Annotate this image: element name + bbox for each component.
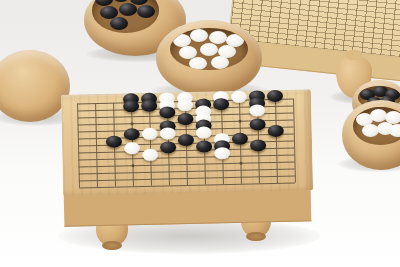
bowl-stone-white	[389, 124, 400, 137]
bowl-stone-black	[95, 0, 113, 6]
bowl-stone-black	[137, 5, 155, 18]
white-bowl-right-opening	[353, 107, 400, 145]
bowl-stone-white	[200, 43, 218, 56]
bowl-stone-black	[119, 3, 137, 16]
star-point	[239, 161, 242, 164]
stone-white	[177, 99, 193, 111]
stone-black	[213, 98, 229, 110]
bowl-stone-black	[110, 17, 128, 30]
stone-white	[196, 126, 212, 138]
white-stone-bowl-top-center	[156, 20, 262, 96]
stone-black	[124, 128, 140, 140]
bowl-stone-white	[189, 57, 207, 70]
star-point	[130, 122, 133, 125]
stone-black	[160, 141, 176, 153]
stone-black	[249, 118, 265, 130]
stone-white	[249, 104, 265, 116]
bowl-stone-white	[211, 56, 229, 69]
stone-white	[142, 128, 158, 140]
stone-white	[160, 127, 176, 139]
go-photo-scene	[0, 0, 400, 267]
stone-black	[268, 125, 284, 137]
stone-black	[123, 100, 139, 112]
stone-black	[232, 133, 248, 145]
stone-black	[178, 134, 194, 146]
stone-white	[124, 142, 140, 154]
star-point	[238, 119, 241, 122]
star-point	[131, 164, 134, 167]
bowl-stone-white	[209, 31, 227, 44]
bowl-stone-white	[190, 29, 208, 42]
stone-black	[141, 100, 157, 112]
stone-white	[231, 91, 247, 103]
stone-black	[250, 139, 266, 151]
white-bowl-opening	[170, 28, 248, 71]
main-board-grid	[77, 99, 295, 188]
bowl-stone-white	[362, 124, 379, 137]
stone-black	[177, 113, 193, 125]
bowl-stone-black	[112, 0, 130, 2]
grid-line	[293, 99, 296, 183]
stone-black	[106, 135, 122, 147]
stone-black	[196, 140, 212, 152]
bowl-stone-white	[173, 34, 191, 47]
stone-black	[159, 106, 175, 118]
stone-white	[142, 149, 158, 161]
main-board	[61, 89, 313, 196]
black-bowl-opening	[92, 0, 159, 33]
stone-black	[267, 90, 283, 102]
stone-white	[214, 147, 230, 159]
